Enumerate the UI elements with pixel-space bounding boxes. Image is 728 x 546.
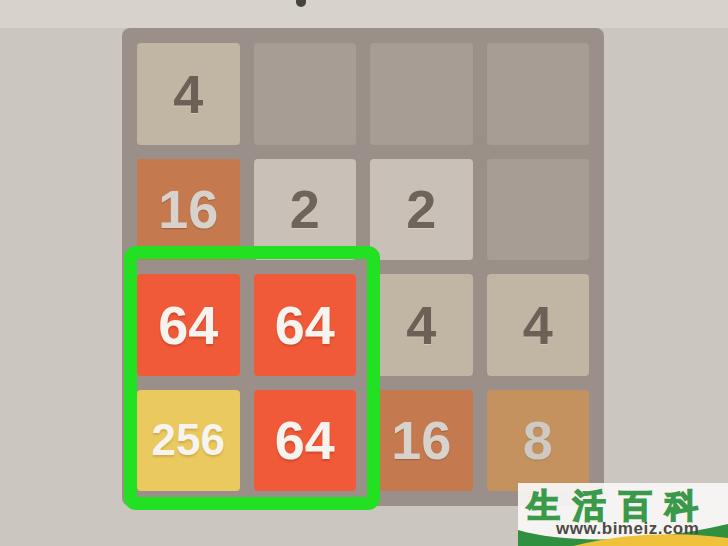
tile-2-r2c2: 2 xyxy=(254,159,357,261)
tile-8-r4c4: 8 xyxy=(487,390,590,492)
tile-4-r3c4: 4 xyxy=(487,274,590,376)
empty-cell-r1c3 xyxy=(370,43,473,145)
empty-cell-r1c4 xyxy=(487,43,590,145)
tile-4-r1c1: 4 xyxy=(137,43,240,145)
tile-64-r3c1: 64 xyxy=(137,274,240,376)
page-background-strip xyxy=(0,0,728,28)
tile-256-r4c1: 256 xyxy=(137,390,240,492)
empty-cell-r1c2 xyxy=(254,43,357,145)
tile-16-r2c1: 16 xyxy=(137,159,240,261)
tile-64-r4c2: 64 xyxy=(254,390,357,492)
tile-2-r2c3: 2 xyxy=(370,159,473,261)
tile-4-r3c3: 4 xyxy=(370,274,473,376)
watermark-url: www.bimeiz.com xyxy=(556,519,699,539)
tile-64-r3c2: 64 xyxy=(254,274,357,376)
2048-board: 4162264644425664168 xyxy=(122,28,604,506)
watermark-badge: 生活百科 www.bimeiz.com xyxy=(518,483,728,546)
tile-16-r4c3: 16 xyxy=(370,390,473,492)
empty-cell-r2c4 xyxy=(487,159,590,261)
screenshot-stage: 4162264644425664168 生活百科 www.bimeiz.com xyxy=(0,0,728,546)
